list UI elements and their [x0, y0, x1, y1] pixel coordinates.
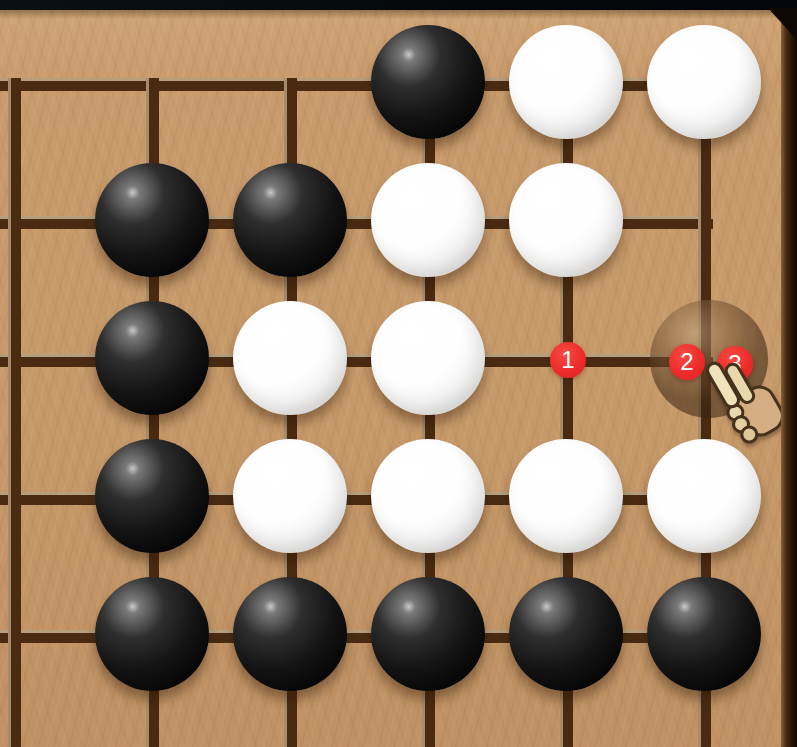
black-stone — [647, 577, 761, 691]
white-stone — [647, 25, 761, 139]
black-stone — [509, 577, 623, 691]
background-top-band — [0, 0, 797, 10]
black-stone — [233, 577, 347, 691]
white-stone — [233, 301, 347, 415]
white-stone — [233, 439, 347, 553]
white-stone — [371, 301, 485, 415]
white-stone — [371, 439, 485, 553]
black-stone — [95, 301, 209, 415]
go-app-screen: 123 — [0, 0, 797, 747]
tap-hand-cursor — [692, 358, 792, 468]
black-stone — [95, 577, 209, 691]
white-stone — [509, 25, 623, 139]
black-stone — [371, 577, 485, 691]
black-stone — [95, 163, 209, 277]
black-stone — [95, 439, 209, 553]
board-right-bevel — [781, 8, 797, 747]
white-stone — [509, 163, 623, 277]
white-stone — [371, 163, 485, 277]
black-stone — [233, 163, 347, 277]
move-number-badge: 1 — [550, 342, 586, 378]
board-top-shadow — [0, 10, 797, 19]
grid-line-vertical — [8, 78, 21, 747]
white-stone — [509, 439, 623, 553]
black-stone — [371, 25, 485, 139]
